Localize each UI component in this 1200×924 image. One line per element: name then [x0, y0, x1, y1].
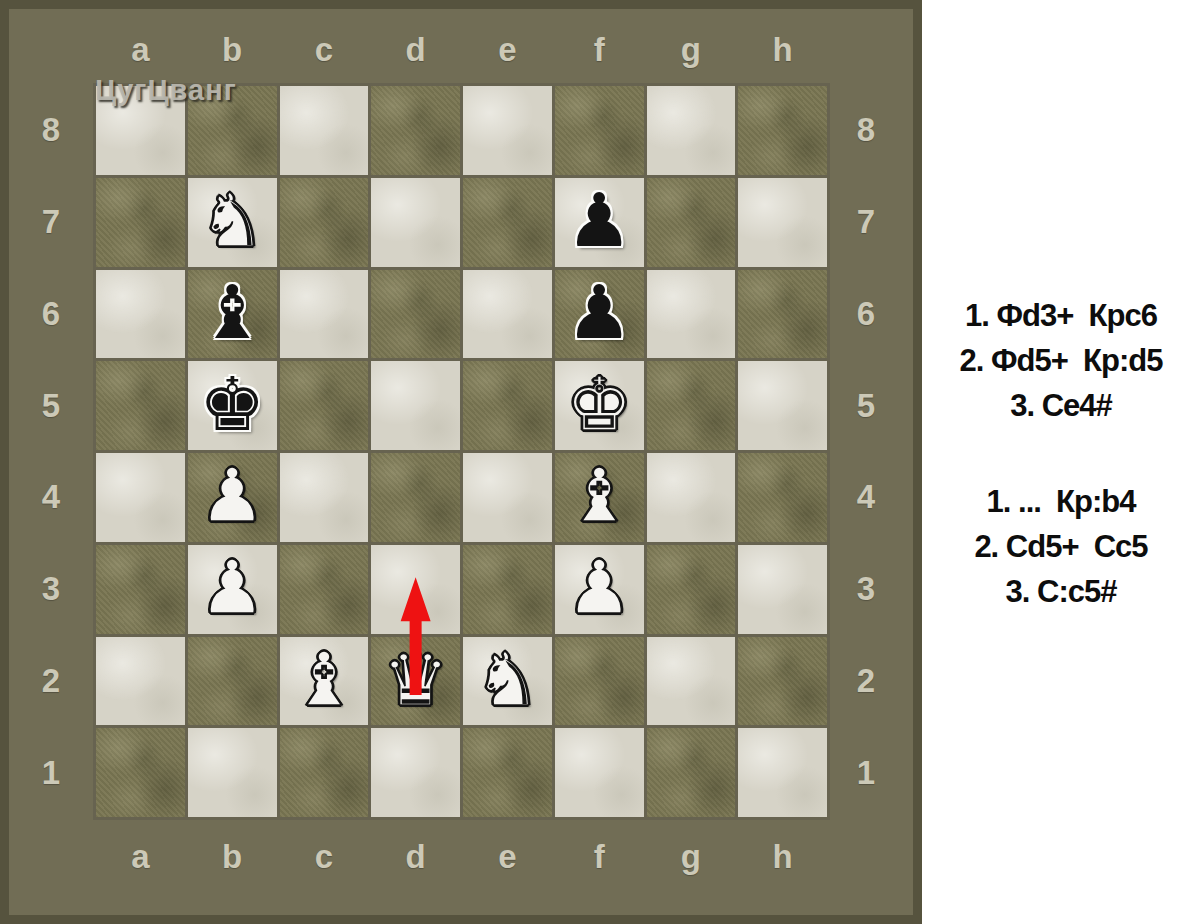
file-label-top-g: g [647, 22, 736, 78]
square-f6: ♟ [555, 270, 644, 359]
square-h3 [738, 545, 827, 634]
square-d4 [371, 453, 460, 542]
square-d1 [371, 728, 460, 817]
chess-board: ♞♟♝♟♚♚♟♝♟♟♝♛♞ aabbccddeeffgghh8877665544… [0, 0, 922, 924]
square-b5: ♚ [188, 361, 277, 450]
square-a4 [96, 453, 185, 542]
rank-label-left-5: 5 [14, 361, 88, 450]
square-f7: ♟ [555, 178, 644, 267]
white-pawn-b4: ♟ [199, 458, 265, 532]
solution-lines: 1. Фd3+ Крc62. Фd5+ Кр:d53. Се4#1. ... К… [922, 0, 1200, 614]
solution-move-line-5: 2. Сd5+ Сc5 [922, 524, 1200, 569]
square-b4: ♟ [188, 453, 277, 542]
file-label-bottom-d: d [371, 824, 460, 890]
file-label-bottom-e: e [463, 824, 552, 890]
white-bishop-f4: ♝ [566, 458, 632, 532]
rank-label-left-7: 7 [14, 178, 88, 267]
white-knight-e2: ♞ [474, 642, 540, 716]
rank-label-right-3: 3 [832, 545, 900, 634]
black-pawn-f6: ♟ [566, 275, 632, 349]
square-g3 [647, 545, 736, 634]
rank-label-left-1: 1 [14, 728, 88, 817]
square-h2 [738, 637, 827, 726]
square-c3 [280, 545, 369, 634]
square-d2: ♛ [371, 637, 460, 726]
file-label-top-b: b [188, 22, 277, 78]
square-a5 [96, 361, 185, 450]
file-label-top-h: h [738, 22, 827, 78]
rank-label-right-8: 8 [832, 86, 900, 175]
square-f8 [555, 86, 644, 175]
square-g4 [647, 453, 736, 542]
file-label-bottom-b: b [188, 824, 277, 890]
white-bishop-c2: ♝ [291, 642, 357, 716]
square-h6 [738, 270, 827, 359]
square-e7 [463, 178, 552, 267]
square-b2 [188, 637, 277, 726]
square-e8 [463, 86, 552, 175]
square-e2: ♞ [463, 637, 552, 726]
chess-puzzle-screenshot: ♞♟♝♟♚♚♟♝♟♟♝♛♞ aabbccddeeffgghh8877665544… [0, 0, 1200, 924]
square-d8 [371, 86, 460, 175]
solution-move-line-6: 3. С:c5# [922, 569, 1200, 614]
rank-label-left-6: 6 [14, 270, 88, 359]
square-f2 [555, 637, 644, 726]
square-g8 [647, 86, 736, 175]
file-label-top-d: d [371, 22, 460, 78]
square-a6 [96, 270, 185, 359]
square-a2 [96, 637, 185, 726]
white-pawn-b3: ♟ [199, 550, 265, 624]
square-f3: ♟ [555, 545, 644, 634]
square-c1 [280, 728, 369, 817]
rank-label-right-5: 5 [832, 361, 900, 450]
square-f5: ♚ [555, 361, 644, 450]
square-h4 [738, 453, 827, 542]
square-a3 [96, 545, 185, 634]
square-g1 [647, 728, 736, 817]
square-c2: ♝ [280, 637, 369, 726]
white-pawn-f3: ♟ [566, 550, 632, 624]
square-c5 [280, 361, 369, 450]
white-queen-d2: ♛ [382, 642, 448, 716]
square-d7 [371, 178, 460, 267]
solution-move-line-3: 3. Се4# [922, 383, 1200, 428]
square-e5 [463, 361, 552, 450]
file-label-bottom-g: g [647, 824, 736, 890]
square-g5 [647, 361, 736, 450]
square-b3: ♟ [188, 545, 277, 634]
solution-move-line-1: 1. Фd3+ Крc6 [922, 293, 1200, 338]
rank-label-left-8: 8 [14, 86, 88, 175]
black-king-b5: ♚ [199, 367, 265, 441]
square-d6 [371, 270, 460, 359]
square-g2 [647, 637, 736, 726]
solution-move-line-2: 2. Фd5+ Кр:d5 [922, 338, 1200, 383]
square-e4 [463, 453, 552, 542]
square-b6: ♝ [188, 270, 277, 359]
square-a7 [96, 178, 185, 267]
square-f4: ♝ [555, 453, 644, 542]
file-label-bottom-a: a [96, 824, 185, 890]
rank-label-left-3: 3 [14, 545, 88, 634]
square-g6 [647, 270, 736, 359]
square-d3 [371, 545, 460, 634]
square-c7 [280, 178, 369, 267]
rank-label-right-6: 6 [832, 270, 900, 359]
square-h1 [738, 728, 827, 817]
square-a1 [96, 728, 185, 817]
square-f1 [555, 728, 644, 817]
rank-label-right-7: 7 [832, 178, 900, 267]
board-grid: ♞♟♝♟♚♚♟♝♟♟♝♛♞ [93, 83, 830, 820]
file-label-top-a: a [96, 22, 185, 78]
square-h7 [738, 178, 827, 267]
square-c4 [280, 453, 369, 542]
file-label-top-f: f [555, 22, 644, 78]
white-knight-b7: ♞ [199, 183, 265, 257]
square-h8 [738, 86, 827, 175]
watermark-text: ЦугЦванг [95, 74, 237, 107]
square-e1 [463, 728, 552, 817]
square-e6 [463, 270, 552, 359]
rank-label-left-2: 2 [14, 637, 88, 726]
square-b7: ♞ [188, 178, 277, 267]
square-b1 [188, 728, 277, 817]
black-pawn-f7: ♟ [566, 183, 632, 257]
file-label-bottom-f: f [555, 824, 644, 890]
file-label-top-c: c [280, 22, 369, 78]
square-e3 [463, 545, 552, 634]
square-g7 [647, 178, 736, 267]
rank-label-right-2: 2 [832, 637, 900, 726]
file-label-bottom-h: h [738, 824, 827, 890]
rank-label-left-4: 4 [14, 453, 88, 542]
rank-label-right-1: 1 [832, 728, 900, 817]
solution-move-line-4: 1. ... Кр:b4 [922, 479, 1200, 524]
square-c6 [280, 270, 369, 359]
rank-label-right-4: 4 [832, 453, 900, 542]
file-label-top-e: e [463, 22, 552, 78]
white-king-f5: ♚ [566, 367, 632, 441]
file-label-bottom-c: c [280, 824, 369, 890]
solution-panel: 1. Фd3+ Крc62. Фd5+ Кр:d53. Се4#1. ... К… [922, 0, 1200, 924]
square-h5 [738, 361, 827, 450]
black-bishop-b6: ♝ [199, 275, 265, 349]
square-d5 [371, 361, 460, 450]
square-c8 [280, 86, 369, 175]
